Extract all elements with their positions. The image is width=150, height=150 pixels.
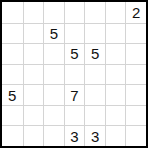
grid-cell-empty[interactable] bbox=[43, 43, 64, 64]
grid-cell-empty[interactable] bbox=[23, 43, 44, 64]
grid-cell-empty[interactable] bbox=[43, 64, 64, 85]
grid-cell-clue[interactable]: 3 bbox=[84, 125, 105, 146]
grid-cell-empty[interactable] bbox=[2, 64, 23, 85]
grid-cell-empty[interactable] bbox=[105, 64, 126, 85]
grid-cell-empty[interactable] bbox=[2, 2, 23, 23]
grid-cell-empty[interactable] bbox=[23, 105, 44, 126]
grid-cell-empty[interactable] bbox=[2, 23, 23, 44]
puzzle-board: 25555733 bbox=[0, 0, 148, 148]
grid-cell-empty[interactable] bbox=[125, 23, 146, 44]
grid-cell-empty[interactable] bbox=[105, 105, 126, 126]
grid-cell-empty[interactable] bbox=[125, 64, 146, 85]
grid-cell-empty[interactable] bbox=[43, 125, 64, 146]
grid-cell-clue[interactable]: 5 bbox=[2, 84, 23, 105]
grid-cell-empty[interactable] bbox=[125, 84, 146, 105]
grid-cell-empty[interactable] bbox=[64, 2, 85, 23]
grid-cell-empty[interactable] bbox=[43, 105, 64, 126]
grid-cell-empty[interactable] bbox=[23, 23, 44, 44]
grid-cell-empty[interactable] bbox=[2, 105, 23, 126]
grid-cell-empty[interactable] bbox=[43, 2, 64, 23]
grid-cell-empty[interactable] bbox=[64, 64, 85, 85]
grid-cell-empty[interactable] bbox=[125, 43, 146, 64]
grid-cell-empty[interactable] bbox=[84, 2, 105, 23]
grid-cell-clue[interactable]: 5 bbox=[84, 43, 105, 64]
grid-cell-empty[interactable] bbox=[64, 23, 85, 44]
grid-cell-empty[interactable] bbox=[64, 105, 85, 126]
grid-cell-clue[interactable]: 3 bbox=[64, 125, 85, 146]
grid-cell-empty[interactable] bbox=[84, 23, 105, 44]
grid-cell-empty[interactable] bbox=[84, 105, 105, 126]
grid-cell-empty[interactable] bbox=[43, 84, 64, 105]
grid-cell-empty[interactable] bbox=[105, 43, 126, 64]
grid-cell-empty[interactable] bbox=[2, 125, 23, 146]
puzzle-grid: 25555733 bbox=[2, 2, 146, 146]
grid-cell-empty[interactable] bbox=[84, 84, 105, 105]
grid-cell-empty[interactable] bbox=[23, 84, 44, 105]
grid-cell-empty[interactable] bbox=[23, 64, 44, 85]
grid-cell-empty[interactable] bbox=[105, 23, 126, 44]
grid-cell-empty[interactable] bbox=[125, 125, 146, 146]
grid-cell-empty[interactable] bbox=[105, 2, 126, 23]
grid-cell-empty[interactable] bbox=[125, 105, 146, 126]
grid-cell-clue[interactable]: 2 bbox=[125, 2, 146, 23]
grid-cell-empty[interactable] bbox=[2, 43, 23, 64]
grid-cell-clue[interactable]: 5 bbox=[43, 23, 64, 44]
grid-cell-empty[interactable] bbox=[23, 2, 44, 23]
grid-cell-clue[interactable]: 7 bbox=[64, 84, 85, 105]
grid-cell-empty[interactable] bbox=[105, 84, 126, 105]
grid-cell-empty[interactable] bbox=[105, 125, 126, 146]
grid-cell-clue[interactable]: 5 bbox=[64, 43, 85, 64]
grid-cell-empty[interactable] bbox=[23, 125, 44, 146]
grid-cell-empty[interactable] bbox=[84, 64, 105, 85]
